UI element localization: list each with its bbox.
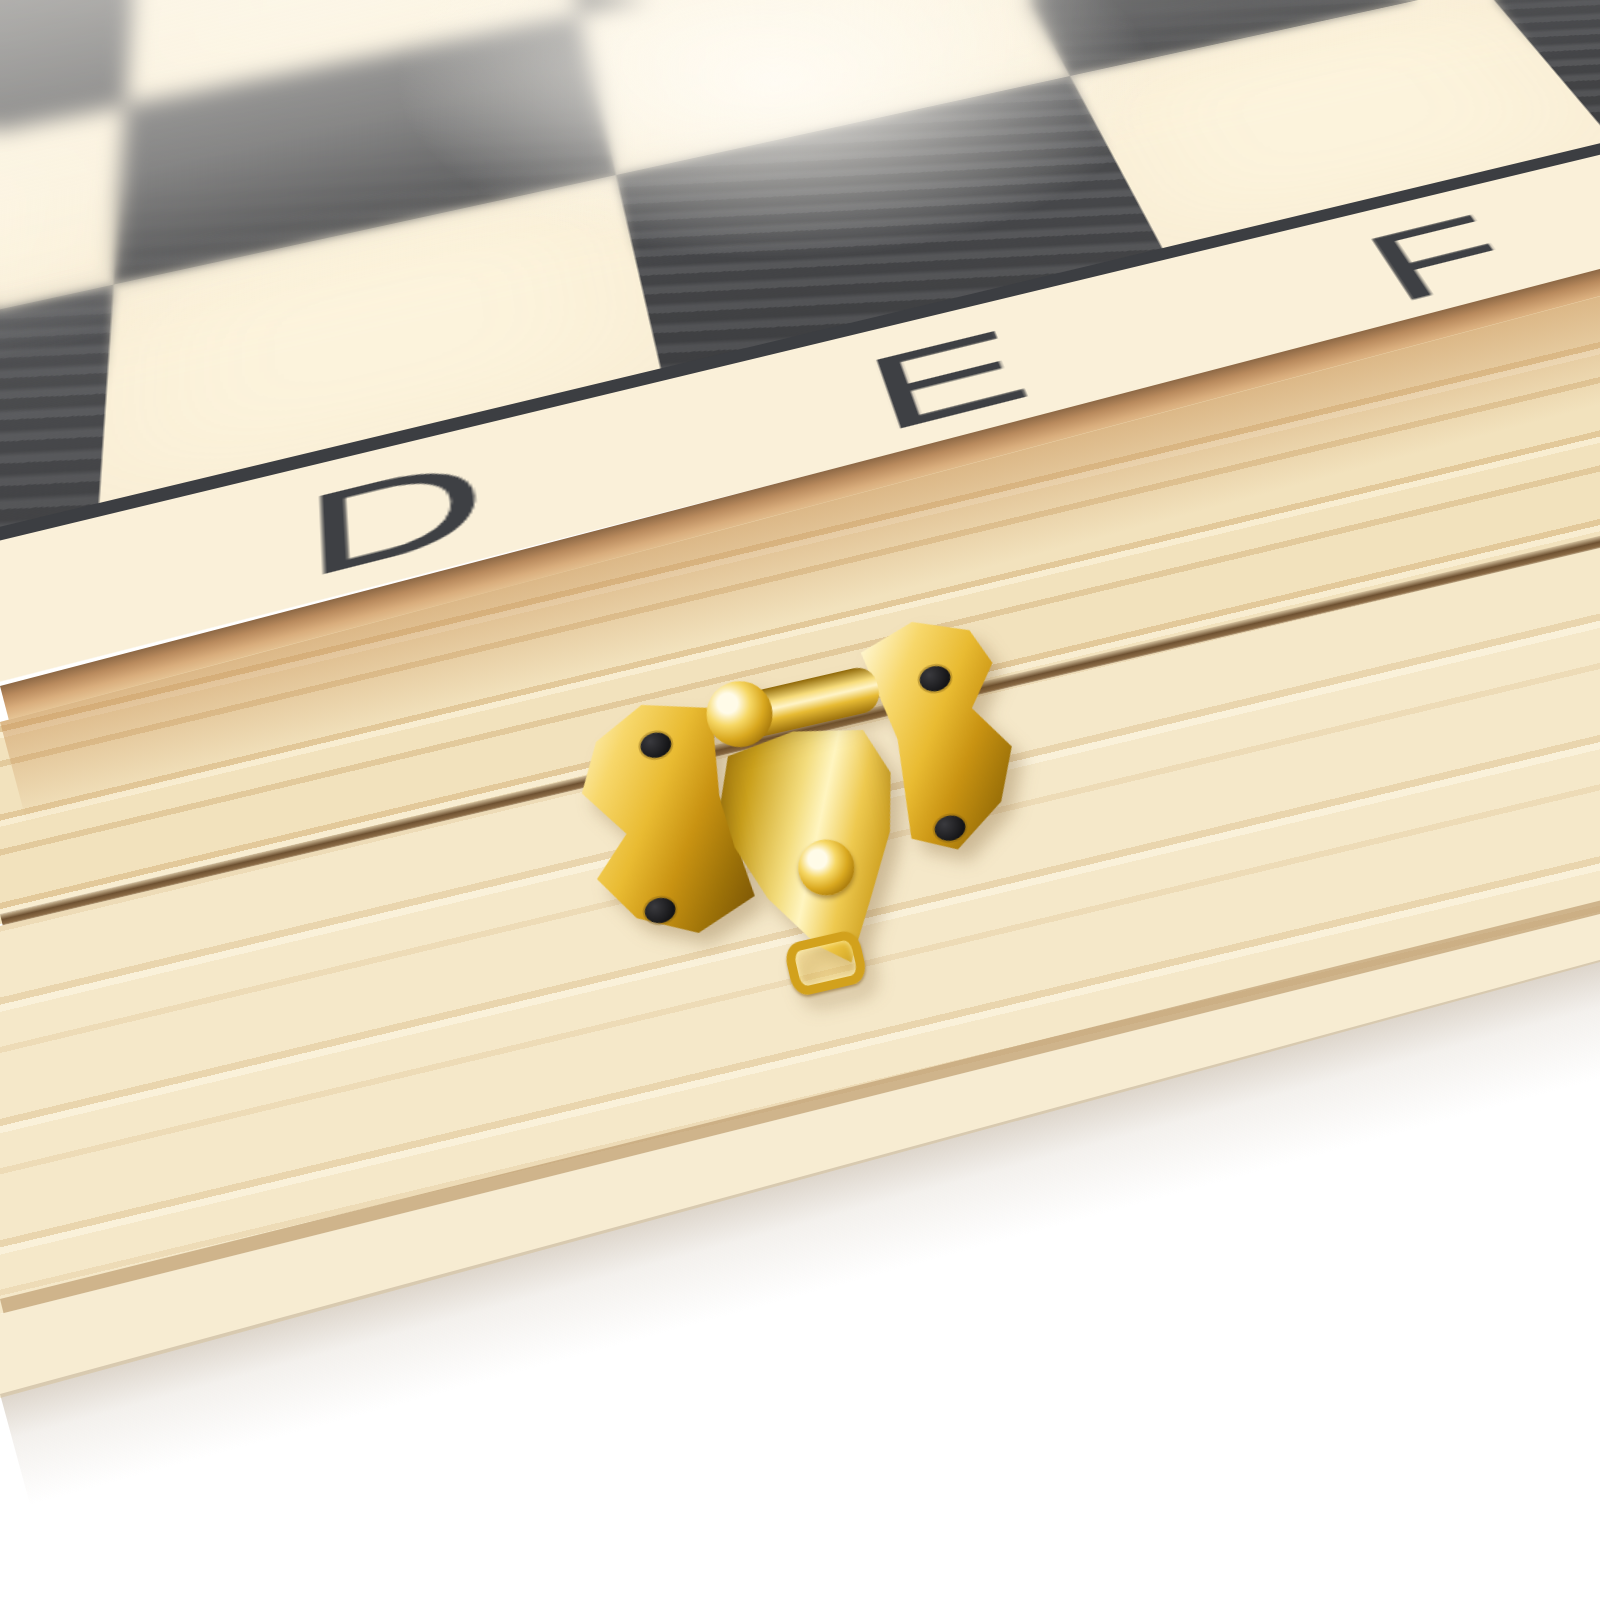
- chess-box-photo: ABCDEFGH: [0, 0, 1600, 1600]
- square-c1: [0, 285, 114, 662]
- latch-catch-loop: [783, 928, 869, 998]
